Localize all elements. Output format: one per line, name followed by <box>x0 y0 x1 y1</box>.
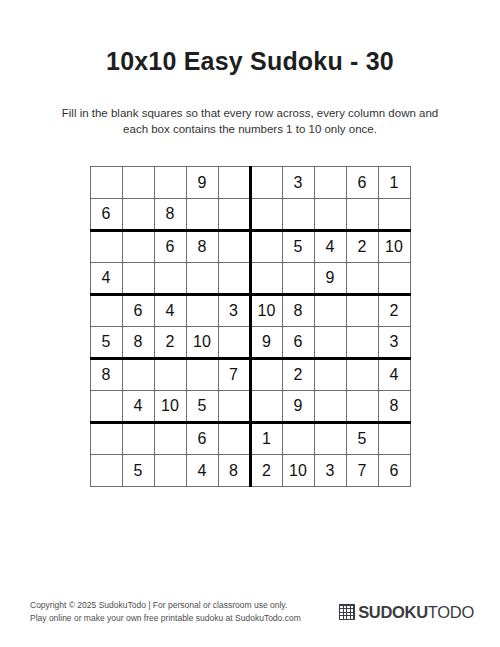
cell-r3c3[interactable]: 6 <box>154 231 186 263</box>
cell-r10c5[interactable]: 8 <box>218 455 250 487</box>
cell-r9c6[interactable]: 1 <box>250 423 282 455</box>
cell-r8c4[interactable]: 5 <box>186 391 218 423</box>
cell-r8c5[interactable] <box>218 391 250 423</box>
cell-r6c7[interactable]: 6 <box>282 327 314 359</box>
cell-r4c8[interactable]: 9 <box>314 263 346 295</box>
cell-r6c6[interactable]: 9 <box>250 327 282 359</box>
cell-r5c5[interactable]: 3 <box>218 295 250 327</box>
page-footer: Copyright © 2025 SudokuTodo | For person… <box>30 599 474 625</box>
page-title: 10x10 Easy Sudoku - 30 <box>0 47 500 76</box>
cell-r2c3[interactable]: 8 <box>154 199 186 231</box>
board-row-2: 68 <box>90 199 410 231</box>
cell-r7c4[interactable] <box>186 359 218 391</box>
board-row-10: 548210376 <box>90 455 410 487</box>
cell-r4c9[interactable] <box>346 263 378 295</box>
cell-r1c10[interactable]: 1 <box>378 167 410 199</box>
board-row-8: 410598 <box>90 391 410 423</box>
cell-r10c9[interactable]: 7 <box>346 455 378 487</box>
cell-r7c9[interactable] <box>346 359 378 391</box>
cell-r2c8[interactable] <box>314 199 346 231</box>
cell-r5c1[interactable] <box>90 295 122 327</box>
instructions-line-1: Fill in the blank squares so that every … <box>62 107 439 119</box>
cell-r4c6[interactable] <box>250 263 282 295</box>
cell-r1c3[interactable] <box>154 167 186 199</box>
cell-r7c1[interactable]: 8 <box>90 359 122 391</box>
cell-r3c5[interactable] <box>218 231 250 263</box>
cell-r6c5[interactable] <box>218 327 250 359</box>
cell-r2c4[interactable] <box>186 199 218 231</box>
cell-r3c4[interactable]: 8 <box>186 231 218 263</box>
cell-r2c5[interactable] <box>218 199 250 231</box>
cell-r7c7[interactable]: 2 <box>282 359 314 391</box>
cell-r5c7[interactable]: 8 <box>282 295 314 327</box>
sudokutodo-logo: SUDOKUTODO <box>339 603 474 622</box>
instructions-line-2: each box contains the numbers 1 to 10 on… <box>123 123 377 135</box>
cell-r1c8[interactable] <box>314 167 346 199</box>
cell-r10c1[interactable] <box>90 455 122 487</box>
cell-r4c3[interactable] <box>154 263 186 295</box>
cell-r9c5[interactable] <box>218 423 250 455</box>
cell-r3c8[interactable]: 4 <box>314 231 346 263</box>
cell-r8c6[interactable] <box>250 391 282 423</box>
cell-r9c1[interactable] <box>90 423 122 455</box>
logo-text: SUDOKUTODO <box>358 603 474 622</box>
cell-r8c3[interactable]: 10 <box>154 391 186 423</box>
cell-r5c3[interactable]: 4 <box>154 295 186 327</box>
cell-r10c8[interactable]: 3 <box>314 455 346 487</box>
copyright-text: Copyright © 2025 SudokuTodo | For person… <box>30 599 301 625</box>
cell-r9c10[interactable] <box>378 423 410 455</box>
cell-r8c8[interactable] <box>314 391 346 423</box>
cell-r9c2[interactable] <box>122 423 154 455</box>
cell-r4c10[interactable] <box>378 263 410 295</box>
cell-r9c7[interactable] <box>282 423 314 455</box>
cell-r7c3[interactable] <box>154 359 186 391</box>
cell-r2c7[interactable] <box>282 199 314 231</box>
sudoku-grid-container: 9361686854210496431082582109638724410598… <box>0 166 500 487</box>
board-row-4: 49 <box>90 263 410 295</box>
cell-r9c3[interactable] <box>154 423 186 455</box>
board-row-7: 8724 <box>90 359 410 391</box>
cell-r5c10[interactable]: 2 <box>378 295 410 327</box>
cell-r8c1[interactable] <box>90 391 122 423</box>
cell-r6c9[interactable] <box>346 327 378 359</box>
cell-r1c9[interactable]: 6 <box>346 167 378 199</box>
cell-r10c7[interactable]: 10 <box>282 455 314 487</box>
cell-r10c3[interactable] <box>154 455 186 487</box>
cell-r7c5[interactable]: 7 <box>218 359 250 391</box>
cell-r3c7[interactable]: 5 <box>282 231 314 263</box>
cell-r4c5[interactable] <box>218 263 250 295</box>
cell-r1c1[interactable] <box>90 167 122 199</box>
cell-r6c4[interactable]: 10 <box>186 327 218 359</box>
logo-text-light: TODO <box>428 603 474 621</box>
cell-r3c9[interactable]: 2 <box>346 231 378 263</box>
cell-r10c6[interactable]: 2 <box>250 455 282 487</box>
cell-r1c5[interactable] <box>218 167 250 199</box>
cell-r3c2[interactable] <box>122 231 154 263</box>
cell-r7c8[interactable] <box>314 359 346 391</box>
cell-r5c2[interactable]: 6 <box>122 295 154 327</box>
cell-r8c2[interactable]: 4 <box>122 391 154 423</box>
cell-r8c10[interactable]: 8 <box>378 391 410 423</box>
cell-r5c9[interactable] <box>346 295 378 327</box>
cell-r6c1[interactable]: 5 <box>90 327 122 359</box>
copyright-line-1: Copyright © 2025 SudokuTodo | For person… <box>30 600 287 610</box>
printable-sudoku-page: 10x10 Easy Sudoku - 30 Fill in the blank… <box>0 0 500 647</box>
cell-r4c7[interactable] <box>282 263 314 295</box>
cell-r4c2[interactable] <box>122 263 154 295</box>
board-row-9: 615 <box>90 423 410 455</box>
cell-r8c7[interactable]: 9 <box>282 391 314 423</box>
cell-r5c6[interactable]: 10 <box>250 295 282 327</box>
cell-r2c2[interactable] <box>122 199 154 231</box>
cell-r3c1[interactable] <box>90 231 122 263</box>
board-row-5: 6431082 <box>90 295 410 327</box>
logo-text-bold: SUDOKU <box>358 603 428 621</box>
cell-r2c10[interactable] <box>378 199 410 231</box>
cell-r2c9[interactable] <box>346 199 378 231</box>
cell-r6c3[interactable]: 2 <box>154 327 186 359</box>
sudoku-board: 9361686854210496431082582109638724410598… <box>90 166 411 487</box>
cell-r1c4[interactable]: 9 <box>186 167 218 199</box>
cell-r6c8[interactable] <box>314 327 346 359</box>
cell-r3c10[interactable]: 10 <box>378 231 410 263</box>
cell-r9c4[interactable]: 6 <box>186 423 218 455</box>
cell-r4c4[interactable] <box>186 263 218 295</box>
cell-r4c1[interactable]: 4 <box>90 263 122 295</box>
cell-r10c4[interactable]: 4 <box>186 455 218 487</box>
cell-r3c6[interactable] <box>250 231 282 263</box>
cell-r5c8[interactable] <box>314 295 346 327</box>
cell-r9c8[interactable] <box>314 423 346 455</box>
cell-r6c2[interactable]: 8 <box>122 327 154 359</box>
cell-r6c10[interactable]: 3 <box>378 327 410 359</box>
board-row-1: 9361 <box>90 167 410 199</box>
cell-r1c2[interactable] <box>122 167 154 199</box>
instructions-text: Fill in the blank squares so that every … <box>0 105 500 138</box>
cell-r7c2[interactable] <box>122 359 154 391</box>
copyright-line-2: Play online or make your own free printa… <box>30 613 301 623</box>
grid-icon <box>339 604 355 620</box>
cell-r8c9[interactable] <box>346 391 378 423</box>
cell-r2c6[interactable] <box>250 199 282 231</box>
cell-r10c10[interactable]: 6 <box>378 455 410 487</box>
cell-r1c7[interactable]: 3 <box>282 167 314 199</box>
cell-r10c2[interactable]: 5 <box>122 455 154 487</box>
cell-r7c6[interactable] <box>250 359 282 391</box>
cell-r9c9[interactable]: 5 <box>346 423 378 455</box>
board-row-6: 58210963 <box>90 327 410 359</box>
cell-r7c10[interactable]: 4 <box>378 359 410 391</box>
board-row-3: 6854210 <box>90 231 410 263</box>
cell-r2c1[interactable]: 6 <box>90 199 122 231</box>
cell-r5c4[interactable] <box>186 295 218 327</box>
cell-r1c6[interactable] <box>250 167 282 199</box>
